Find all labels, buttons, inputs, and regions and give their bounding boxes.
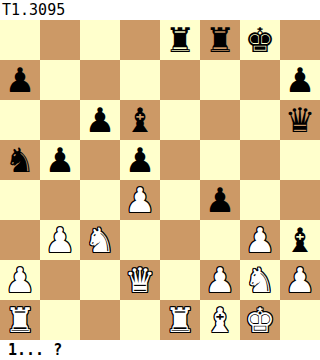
square-a6[interactable] [0, 100, 40, 140]
black-knight: ♞ [5, 143, 35, 177]
white-rook: ♜ [165, 303, 195, 337]
square-b4[interactable] [40, 180, 80, 220]
white-pawn: ♟ [5, 263, 35, 297]
square-b5[interactable]: ♟ [40, 140, 80, 180]
square-b6[interactable] [40, 100, 80, 140]
square-f6[interactable] [200, 100, 240, 140]
white-pawn: ♟ [245, 223, 275, 257]
square-f5[interactable] [200, 140, 240, 180]
square-d6[interactable]: ♝ [120, 100, 160, 140]
square-f8[interactable]: ♜ [200, 20, 240, 60]
square-d4[interactable]: ♟ [120, 180, 160, 220]
square-h8[interactable] [280, 20, 320, 60]
square-c6[interactable]: ♟ [80, 100, 120, 140]
white-knight: ♞ [245, 263, 275, 297]
puzzle-id: T1.3095 [0, 0, 320, 20]
square-g4[interactable] [240, 180, 280, 220]
move-prompt: 1... ? [0, 340, 320, 360]
black-pawn: ♟ [45, 143, 75, 177]
square-f7[interactable] [200, 60, 240, 100]
white-pawn: ♟ [205, 263, 235, 297]
square-g6[interactable] [240, 100, 280, 140]
chess-board: ♜♜♚♟♟♟♝♛♞♟♟♟♟♟♞♟♝♟♛♟♞♟♜♜♝♚ [0, 20, 320, 340]
square-g1[interactable]: ♚ [240, 300, 280, 340]
white-pawn: ♟ [45, 223, 75, 257]
square-d8[interactable] [120, 20, 160, 60]
square-e3[interactable] [160, 220, 200, 260]
square-g7[interactable] [240, 60, 280, 100]
white-pawn: ♟ [125, 183, 155, 217]
square-h5[interactable] [280, 140, 320, 180]
black-rook: ♜ [205, 23, 235, 57]
square-e1[interactable]: ♜ [160, 300, 200, 340]
square-a2[interactable]: ♟ [0, 260, 40, 300]
white-queen: ♛ [125, 263, 155, 297]
square-d1[interactable] [120, 300, 160, 340]
square-a5[interactable]: ♞ [0, 140, 40, 180]
black-pawn: ♟ [205, 183, 235, 217]
square-c2[interactable] [80, 260, 120, 300]
black-bishop: ♝ [125, 103, 155, 137]
white-knight: ♞ [85, 223, 115, 257]
square-d3[interactable] [120, 220, 160, 260]
black-king: ♚ [245, 23, 275, 57]
square-h3[interactable]: ♝ [280, 220, 320, 260]
square-a7[interactable]: ♟ [0, 60, 40, 100]
square-e4[interactable] [160, 180, 200, 220]
square-h1[interactable] [280, 300, 320, 340]
square-g3[interactable]: ♟ [240, 220, 280, 260]
square-h6[interactable]: ♛ [280, 100, 320, 140]
square-h4[interactable] [280, 180, 320, 220]
black-pawn: ♟ [85, 103, 115, 137]
square-h7[interactable]: ♟ [280, 60, 320, 100]
black-rook: ♜ [165, 23, 195, 57]
square-a8[interactable] [0, 20, 40, 60]
white-king: ♚ [245, 303, 275, 337]
square-h2[interactable]: ♟ [280, 260, 320, 300]
square-b1[interactable] [40, 300, 80, 340]
square-b3[interactable]: ♟ [40, 220, 80, 260]
square-a3[interactable] [0, 220, 40, 260]
square-g8[interactable]: ♚ [240, 20, 280, 60]
square-g2[interactable]: ♞ [240, 260, 280, 300]
black-bishop: ♝ [285, 223, 315, 257]
square-d5[interactable]: ♟ [120, 140, 160, 180]
square-a1[interactable]: ♜ [0, 300, 40, 340]
square-c7[interactable] [80, 60, 120, 100]
square-b8[interactable] [40, 20, 80, 60]
square-b7[interactable] [40, 60, 80, 100]
square-g5[interactable] [240, 140, 280, 180]
square-e7[interactable] [160, 60, 200, 100]
square-b2[interactable] [40, 260, 80, 300]
white-pawn: ♟ [285, 263, 315, 297]
black-queen: ♛ [285, 103, 315, 137]
square-e5[interactable] [160, 140, 200, 180]
square-c1[interactable] [80, 300, 120, 340]
square-e6[interactable] [160, 100, 200, 140]
black-pawn: ♟ [285, 63, 315, 97]
square-f2[interactable]: ♟ [200, 260, 240, 300]
square-f1[interactable]: ♝ [200, 300, 240, 340]
square-d2[interactable]: ♛ [120, 260, 160, 300]
square-e2[interactable] [160, 260, 200, 300]
square-c4[interactable] [80, 180, 120, 220]
puzzle-window: T1.3095 ♜♜♚♟♟♟♝♛♞♟♟♟♟♟♞♟♝♟♛♟♞♟♜♜♝♚ 1... … [0, 0, 320, 360]
square-f4[interactable]: ♟ [200, 180, 240, 220]
square-f3[interactable] [200, 220, 240, 260]
square-c3[interactable]: ♞ [80, 220, 120, 260]
white-bishop: ♝ [205, 303, 235, 337]
square-c5[interactable] [80, 140, 120, 180]
square-e8[interactable]: ♜ [160, 20, 200, 60]
black-pawn: ♟ [5, 63, 35, 97]
square-a4[interactable] [0, 180, 40, 220]
white-rook: ♜ [5, 303, 35, 337]
black-pawn: ♟ [125, 143, 155, 177]
square-c8[interactable] [80, 20, 120, 60]
square-d7[interactable] [120, 60, 160, 100]
